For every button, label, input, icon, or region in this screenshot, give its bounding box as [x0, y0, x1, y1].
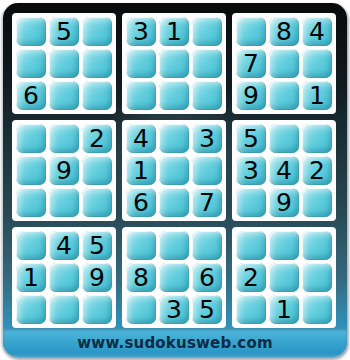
cell-r2c8[interactable]	[269, 49, 299, 78]
box-8: 8635	[122, 227, 226, 328]
cell-r5c7: 3	[236, 156, 266, 185]
cell-r6c4: 6	[126, 188, 156, 217]
footer-bar: www.sudokusweb.com	[3, 328, 347, 357]
cell-r7c2: 4	[49, 231, 79, 260]
sudoku-grid: 5631847912943167534294519863521	[12, 13, 336, 328]
box-5: 43167	[122, 120, 226, 221]
box-6: 53429	[232, 120, 336, 221]
cell-r4c8[interactable]	[269, 124, 299, 153]
cell-r4c9[interactable]	[302, 124, 332, 153]
cell-r2c9[interactable]	[302, 49, 332, 78]
cell-r4c7: 5	[236, 124, 266, 153]
cell-r3c2[interactable]	[49, 81, 79, 110]
cell-r7c9[interactable]	[302, 231, 332, 260]
cell-r6c3[interactable]	[82, 188, 112, 217]
cell-r7c5[interactable]	[159, 231, 189, 260]
cell-r9c5: 3	[159, 295, 189, 324]
cell-r3c5[interactable]	[159, 81, 189, 110]
box-2: 31	[122, 13, 226, 114]
cell-r6c6: 7	[192, 188, 222, 217]
cell-r2c1[interactable]	[16, 49, 46, 78]
cell-r6c7[interactable]	[236, 188, 266, 217]
cell-r7c7[interactable]	[236, 231, 266, 260]
cell-r4c6: 3	[192, 124, 222, 153]
cell-r3c1: 6	[16, 81, 46, 110]
cell-r4c3: 2	[82, 124, 112, 153]
cell-r2c4[interactable]	[126, 49, 156, 78]
cell-r9c2[interactable]	[49, 295, 79, 324]
cell-r1c6[interactable]	[192, 17, 222, 46]
cell-r8c3: 9	[82, 263, 112, 292]
cell-r7c6[interactable]	[192, 231, 222, 260]
cell-r3c8[interactable]	[269, 81, 299, 110]
cell-r1c1[interactable]	[16, 17, 46, 46]
cell-r5c3[interactable]	[82, 156, 112, 185]
cell-r5c4: 1	[126, 156, 156, 185]
cell-r1c5: 1	[159, 17, 189, 46]
cell-r4c4: 4	[126, 124, 156, 153]
board-frame: 5631847912943167534294519863521 www.sudo…	[3, 3, 347, 357]
cell-r9c1[interactable]	[16, 295, 46, 324]
cell-r1c3[interactable]	[82, 17, 112, 46]
cell-r9c4[interactable]	[126, 295, 156, 324]
cell-r1c9: 4	[302, 17, 332, 46]
cell-r5c8: 4	[269, 156, 299, 185]
cell-r4c1[interactable]	[16, 124, 46, 153]
cell-r2c5[interactable]	[159, 49, 189, 78]
cell-r1c4: 3	[126, 17, 156, 46]
cell-r9c3[interactable]	[82, 295, 112, 324]
cell-r4c2[interactable]	[49, 124, 79, 153]
sudoku-app: 5631847912943167534294519863521 www.sudo…	[0, 0, 350, 360]
cell-r6c1[interactable]	[16, 188, 46, 217]
cell-r5c2: 9	[49, 156, 79, 185]
cell-r3c4[interactable]	[126, 81, 156, 110]
website-url[interactable]: www.sudokusweb.com	[77, 334, 272, 352]
box-3: 84791	[232, 13, 336, 114]
cell-r2c3[interactable]	[82, 49, 112, 78]
cell-r3c6[interactable]	[192, 81, 222, 110]
cell-r6c8: 9	[269, 188, 299, 217]
cell-r5c5[interactable]	[159, 156, 189, 185]
box-4: 29	[12, 120, 116, 221]
cell-r8c6: 6	[192, 263, 222, 292]
cell-r6c2[interactable]	[49, 188, 79, 217]
cell-r8c7: 2	[236, 263, 266, 292]
cell-r2c2[interactable]	[49, 49, 79, 78]
cell-r4c5[interactable]	[159, 124, 189, 153]
cell-r1c8: 8	[269, 17, 299, 46]
cell-r1c7[interactable]	[236, 17, 266, 46]
cell-r9c8: 1	[269, 295, 299, 324]
cell-r8c8[interactable]	[269, 263, 299, 292]
box-1: 56	[12, 13, 116, 114]
cell-r8c5[interactable]	[159, 263, 189, 292]
cell-r1c2: 5	[49, 17, 79, 46]
cell-r2c6[interactable]	[192, 49, 222, 78]
cell-r9c9[interactable]	[302, 295, 332, 324]
cell-r6c5[interactable]	[159, 188, 189, 217]
cell-r9c6: 5	[192, 295, 222, 324]
cell-r5c1[interactable]	[16, 156, 46, 185]
cell-r8c2[interactable]	[49, 263, 79, 292]
cell-r7c3: 5	[82, 231, 112, 260]
cell-r6c9[interactable]	[302, 188, 332, 217]
cell-r8c1: 1	[16, 263, 46, 292]
cell-r7c4[interactable]	[126, 231, 156, 260]
cell-r3c7: 9	[236, 81, 266, 110]
cell-r7c8[interactable]	[269, 231, 299, 260]
cell-r5c9: 2	[302, 156, 332, 185]
cell-r2c7: 7	[236, 49, 266, 78]
box-7: 4519	[12, 227, 116, 328]
box-9: 21	[232, 227, 336, 328]
cell-r7c1[interactable]	[16, 231, 46, 260]
cell-r3c3[interactable]	[82, 81, 112, 110]
cell-r3c9: 1	[302, 81, 332, 110]
cell-r8c9[interactable]	[302, 263, 332, 292]
cell-r9c7[interactable]	[236, 295, 266, 324]
cell-r5c6[interactable]	[192, 156, 222, 185]
cell-r8c4: 8	[126, 263, 156, 292]
